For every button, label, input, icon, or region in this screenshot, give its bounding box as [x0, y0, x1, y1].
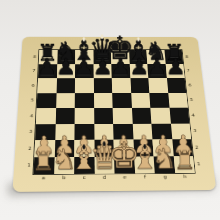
square-f7[interactable]: ♟ — [129, 64, 148, 78]
file-label-g-top: g — [146, 43, 164, 50]
square-f1[interactable]: ♝ — [134, 156, 155, 173]
square-e4[interactable] — [113, 108, 133, 124]
square-d4[interactable] — [94, 108, 113, 124]
square-b4[interactable] — [55, 108, 74, 124]
file-label-d-top: d — [93, 43, 111, 50]
square-a2[interactable]: ♟ — [34, 140, 54, 157]
square-c6[interactable] — [75, 78, 94, 93]
piece-black-queen-d8[interactable]: ♛ — [89, 34, 116, 64]
black-finial-tip-icon — [103, 141, 106, 146]
file-label-e-top: e — [111, 43, 129, 50]
file-label-h-bottom: h — [175, 173, 196, 182]
piece-black-rook-h8[interactable]: ♜ — [164, 41, 185, 64]
square-g8[interactable]: ♞ — [146, 50, 165, 64]
square-g7[interactable]: ♟ — [147, 64, 166, 78]
rank-label-6-right: 6 — [185, 78, 196, 93]
piece-white-rook-a1[interactable]: ♜ — [32, 148, 55, 174]
file-label-a-bottom: a — [33, 174, 54, 183]
square-f5[interactable] — [131, 93, 151, 108]
rank-label-4-left: 4 — [26, 108, 36, 124]
board-border-corner — [195, 173, 206, 182]
square-b6[interactable] — [56, 78, 75, 93]
square-f4[interactable] — [131, 108, 151, 124]
square-d3[interactable] — [94, 124, 114, 140]
square-e3[interactable] — [113, 123, 133, 139]
square-c7[interactable]: ♟ — [75, 64, 93, 78]
rank-label-1-right: 1 — [193, 156, 205, 173]
piece-white-queen-d1[interactable]: ♛ — [89, 140, 119, 174]
piece-black-pawn-f7[interactable]: ♟ — [129, 56, 149, 78]
square-h4[interactable] — [169, 108, 189, 124]
square-a5[interactable] — [37, 93, 56, 108]
square-a4[interactable] — [36, 108, 56, 124]
board-border-corner — [23, 174, 33, 183]
square-b1[interactable]: ♞ — [54, 157, 74, 174]
rank-label-3-left: 3 — [26, 124, 36, 140]
square-e6[interactable] — [112, 78, 131, 93]
square-c8[interactable]: ♝ — [75, 50, 93, 64]
square-d7[interactable]: ♟ — [93, 64, 112, 78]
square-g3[interactable] — [151, 123, 171, 139]
square-c5[interactable] — [75, 93, 94, 108]
file-label-d-bottom: d — [94, 174, 114, 183]
square-a7[interactable]: ♟ — [38, 64, 57, 78]
square-c3[interactable] — [74, 124, 94, 140]
square-g2[interactable]: ♟ — [152, 139, 173, 156]
square-b3[interactable] — [55, 124, 75, 140]
rank-label-2-left: 2 — [25, 140, 36, 157]
rank-label-2-right: 2 — [191, 139, 202, 156]
white-finial-tip-icon — [83, 37, 86, 41]
black-finial-tip-icon — [83, 144, 86, 149]
piece-white-bishop-f1[interactable]: ♝ — [131, 143, 159, 174]
piece-white-pawn-g2[interactable]: ♟ — [152, 132, 174, 156]
piece-black-pawn-h7[interactable]: ♟ — [165, 56, 185, 78]
rank-label-6-left: 6 — [28, 78, 38, 93]
square-f2[interactable]: ♟ — [133, 139, 154, 156]
piece-black-knight-b8[interactable]: ♞ — [54, 38, 77, 63]
piece-white-knight-g1[interactable]: ♞ — [152, 145, 178, 174]
file-label-f-top: f — [128, 43, 146, 50]
square-g6[interactable] — [148, 78, 167, 93]
square-b8[interactable]: ♞ — [57, 50, 75, 64]
piece-white-pawn-f2[interactable]: ♟ — [133, 132, 155, 156]
rank-label-5-left: 5 — [27, 93, 37, 108]
square-h3[interactable] — [170, 123, 191, 139]
file-label-e-bottom: e — [115, 173, 136, 182]
rank-label-1-left: 1 — [24, 157, 35, 174]
square-g1[interactable]: ♞ — [154, 156, 175, 173]
piece-white-pawn-c2[interactable]: ♟ — [73, 132, 95, 156]
square-e1[interactable]: ♚ — [114, 156, 135, 173]
square-b7[interactable]: ♟ — [57, 64, 76, 78]
piece-black-pawn-g7[interactable]: ♟ — [147, 56, 167, 78]
rank-label-7-left: 7 — [29, 64, 39, 78]
square-c1[interactable]: ♝ — [74, 157, 94, 174]
file-label-f-bottom: f — [135, 173, 156, 182]
square-f8[interactable]: ♝ — [129, 50, 148, 64]
square-h8[interactable]: ♜ — [164, 50, 183, 64]
square-h1[interactable]: ♜ — [173, 156, 194, 173]
board-border-corner — [181, 43, 190, 50]
square-f6[interactable] — [130, 78, 149, 93]
file-label-b-top: b — [57, 43, 75, 50]
square-c2[interactable]: ♟ — [74, 140, 94, 157]
square-h2[interactable]: ♟ — [172, 139, 193, 156]
piece-white-pawn-d2[interactable]: ♟ — [93, 132, 115, 156]
piece-black-rook-a8[interactable]: ♜ — [37, 41, 58, 64]
chess-board-wrap: abcdefgh8♜♞♝♛♚♝♞♜87♟♟♟♟♟♟♟♟7665544332♟♟♟… — [7, 0, 217, 194]
file-label-c-bottom: c — [74, 174, 94, 183]
square-g5[interactable] — [149, 93, 169, 108]
square-e5[interactable] — [112, 93, 131, 108]
piece-white-rook-h1[interactable]: ♜ — [173, 148, 196, 174]
board-border-corner — [31, 43, 40, 50]
black-finial-tip-icon — [143, 144, 146, 149]
piece-white-pawn-h2[interactable]: ♟ — [172, 132, 194, 156]
piece-black-bishop-c8[interactable]: ♝ — [72, 37, 97, 64]
piece-black-king-e8[interactable]: ♚ — [106, 32, 135, 63]
file-label-b-bottom: b — [54, 174, 75, 183]
square-a8[interactable]: ♜ — [39, 50, 58, 64]
square-d6[interactable] — [93, 78, 112, 93]
square-c4[interactable] — [75, 108, 94, 124]
piece-white-bishop-c1[interactable]: ♝ — [70, 143, 98, 174]
piece-white-pawn-e2[interactable]: ♟ — [113, 132, 135, 156]
square-h7[interactable]: ♟ — [165, 64, 184, 78]
vinyl-mat — [12, 37, 216, 192]
square-h6[interactable] — [167, 78, 187, 93]
piece-black-bishop-f8[interactable]: ♝ — [126, 37, 151, 64]
rank-label-5-right: 5 — [186, 93, 197, 108]
file-label-g-bottom: g — [155, 173, 176, 182]
photo-scene: abcdefgh8♜♞♝♛♚♝♞♜87♟♟♟♟♟♟♟♟7665544332♟♟♟… — [0, 0, 220, 220]
square-f3[interactable] — [132, 123, 152, 139]
rank-label-3-right: 3 — [189, 123, 200, 139]
piece-black-pawn-e7[interactable]: ♟ — [111, 56, 131, 78]
piece-white-pawn-b2[interactable]: ♟ — [53, 132, 75, 156]
square-e7[interactable]: ♟ — [111, 64, 130, 78]
board-frame-line — [32, 49, 195, 175]
square-g4[interactable] — [150, 108, 170, 124]
rank-label-4-right: 4 — [188, 108, 199, 124]
square-d5[interactable] — [94, 93, 113, 108]
square-a1[interactable]: ♜ — [34, 157, 55, 174]
piece-black-knight-g8[interactable]: ♞ — [145, 39, 168, 64]
piece-black-pawn-c7[interactable]: ♟ — [74, 56, 94, 78]
square-h5[interactable] — [168, 93, 188, 108]
square-a3[interactable] — [35, 124, 55, 140]
piece-white-pawn-a2[interactable]: ♟ — [33, 133, 55, 157]
square-e2[interactable]: ♟ — [114, 140, 134, 157]
square-d2[interactable]: ♟ — [94, 140, 114, 157]
piece-white-knight-b1[interactable]: ♞ — [51, 145, 77, 174]
square-b5[interactable] — [56, 93, 75, 108]
piece-black-pawn-a7[interactable]: ♟ — [37, 56, 57, 78]
rank-label-7-right: 7 — [183, 64, 193, 78]
white-finial-tip-icon — [137, 37, 140, 41]
file-label-a-top: a — [39, 43, 57, 50]
file-label-c-top: c — [75, 43, 93, 50]
rank-label-8-right: 8 — [182, 50, 192, 64]
square-d1[interactable]: ♛ — [94, 156, 114, 173]
square-a6[interactable] — [37, 78, 56, 93]
chess-board: abcdefgh8♜♞♝♛♚♝♞♜87♟♟♟♟♟♟♟♟7665544332♟♟♟… — [12, 37, 216, 192]
piece-black-pawn-d7[interactable]: ♟ — [92, 56, 112, 78]
rank-label-8-left: 8 — [30, 50, 40, 64]
board-grid: abcdefgh8♜♞♝♛♚♝♞♜87♟♟♟♟♟♟♟♟7665544332♟♟♟… — [23, 43, 205, 183]
piece-black-pawn-b7[interactable]: ♟ — [56, 56, 76, 78]
square-e8[interactable]: ♚ — [111, 50, 129, 64]
white-finial-tip-icon — [101, 34, 104, 38]
piece-white-king-e1[interactable]: ♚ — [108, 138, 140, 173]
square-b2[interactable]: ♟ — [54, 140, 74, 157]
file-label-h-top: h — [164, 43, 182, 50]
square-d8[interactable]: ♛ — [93, 50, 111, 64]
